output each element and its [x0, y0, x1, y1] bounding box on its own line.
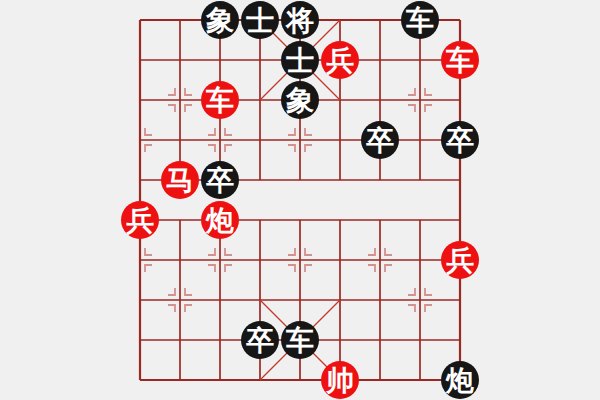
piece-red-pawn[interactable]: 兵: [121, 201, 159, 239]
cell-f8-r1: 车: [400, 0, 440, 40]
piece-black-pawn[interactable]: 卒: [441, 121, 479, 159]
piece-red-pawn[interactable]: 兵: [321, 41, 359, 79]
piece-glyph: 兵: [326, 47, 354, 75]
piece-glyph: 士: [246, 7, 274, 35]
cell-f6-r10: 帅: [320, 360, 360, 400]
piece-black-advisor[interactable]: 士: [241, 1, 279, 39]
piece-glyph: 卒: [366, 127, 394, 155]
piece-black-advisor[interactable]: 士: [281, 41, 319, 79]
piece-red-cannon[interactable]: 炮: [201, 201, 239, 239]
piece-red-horse[interactable]: 马: [161, 161, 199, 199]
piece-glyph: 卒: [246, 327, 274, 355]
piece-glyph: 车: [206, 87, 234, 115]
cell-f5-r3: 象: [280, 80, 320, 120]
cell-f4-r9: 卒: [240, 320, 280, 360]
piece-glyph: 象: [206, 7, 234, 35]
piece-black-pawn[interactable]: 卒: [361, 121, 399, 159]
cell-f5-r1: 将: [280, 0, 320, 40]
cell-f7-r4: 卒: [360, 120, 400, 160]
piece-red-chariot[interactable]: 车: [201, 81, 239, 119]
piece-glyph: 兵: [126, 207, 154, 235]
piece-red-pawn[interactable]: 兵: [441, 241, 479, 279]
xiangqi-board-screenshot: 象士将车士兵车车象卒卒马卒兵炮兵卒车帅炮: [0, 0, 600, 400]
piece-black-elephant[interactable]: 象: [201, 1, 239, 39]
piece-black-general[interactable]: 将: [281, 1, 319, 39]
piece-glyph: 帅: [326, 367, 354, 395]
cell-f3-r1: 象: [200, 0, 240, 40]
cell-f5-r2: 士: [280, 40, 320, 80]
piece-red-chariot[interactable]: 车: [441, 41, 479, 79]
cell-f5-r9: 车: [280, 320, 320, 360]
piece-black-pawn[interactable]: 卒: [201, 161, 239, 199]
piece-glyph: 炮: [446, 367, 474, 395]
piece-glyph: 马: [166, 167, 194, 195]
cell-f3-r6: 炮: [200, 200, 240, 240]
piece-glyph: 炮: [206, 207, 234, 235]
piece-glyph: 象: [286, 87, 314, 115]
piece-red-general[interactable]: 帅: [321, 361, 359, 399]
piece-glyph: 车: [406, 7, 434, 35]
cell-f4-r1: 士: [240, 0, 280, 40]
cell-f2-r5: 马: [160, 160, 200, 200]
piece-glyph: 兵: [446, 247, 474, 275]
cell-f9-r10: 炮: [440, 360, 480, 400]
piece-black-cannon[interactable]: 炮: [441, 361, 479, 399]
piece-glyph: 将: [286, 7, 314, 35]
cell-f9-r7: 兵: [440, 240, 480, 280]
piece-glyph: 车: [286, 327, 314, 355]
xiangqi-board-grid: 象士将车士兵车车象卒卒马卒兵炮兵卒车帅炮: [120, 0, 480, 400]
cell-f9-r4: 卒: [440, 120, 480, 160]
cell-f9-r2: 车: [440, 40, 480, 80]
cell-f1-r6: 兵: [120, 200, 160, 240]
piece-glyph: 士: [286, 47, 314, 75]
cell-f3-r3: 车: [200, 80, 240, 120]
piece-black-chariot[interactable]: 车: [401, 1, 439, 39]
piece-black-chariot[interactable]: 车: [281, 321, 319, 359]
cell-f6-r2: 兵: [320, 40, 360, 80]
piece-glyph: 卒: [446, 127, 474, 155]
cell-f3-r5: 卒: [200, 160, 240, 200]
piece-glyph: 车: [446, 47, 474, 75]
piece-black-elephant[interactable]: 象: [281, 81, 319, 119]
piece-black-pawn[interactable]: 卒: [241, 321, 279, 359]
piece-glyph: 卒: [206, 167, 234, 195]
